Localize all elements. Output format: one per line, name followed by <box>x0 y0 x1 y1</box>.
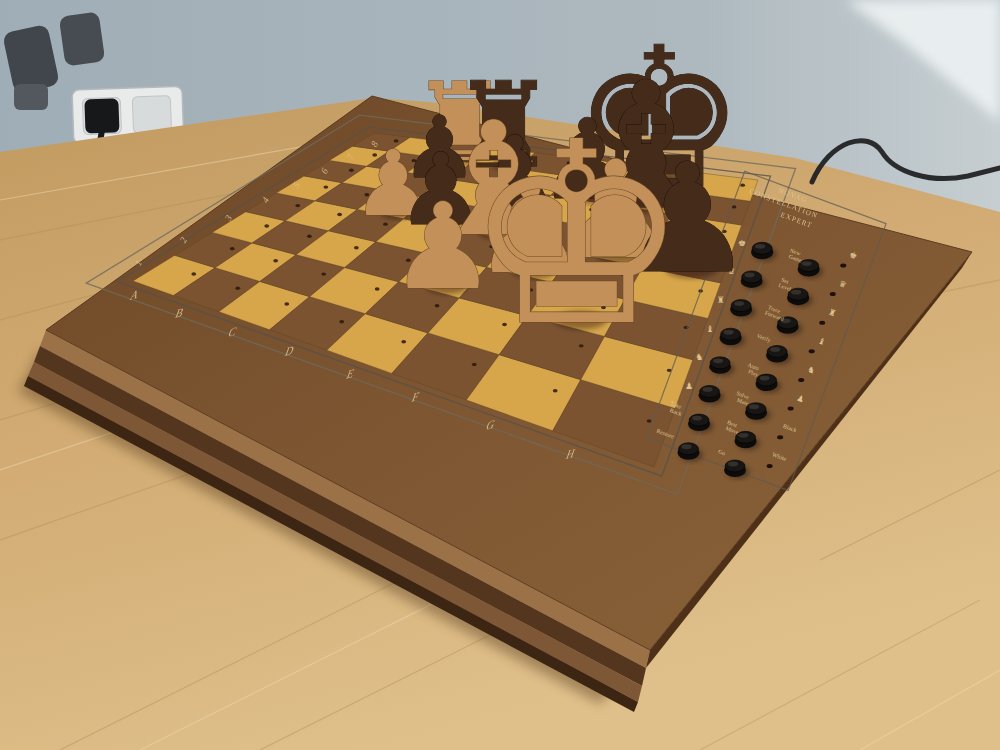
go-button-highlight <box>728 462 738 467</box>
led-hole-d2 <box>375 287 380 290</box>
led-hole-b3 <box>307 235 312 238</box>
led-hole-a5 <box>323 185 328 188</box>
knight-button-symbol-label: ♞ <box>696 352 704 362</box>
photo-of-chess-computer: ABCDEFGH12345678 NOVAGCONSTELLATIONEXPER… <box>0 0 1000 750</box>
knight-button-highlight <box>713 358 723 363</box>
led-hole-e1 <box>401 340 406 343</box>
led-indicator-hole-1 <box>830 292 836 296</box>
led-hole-a2 <box>230 247 235 250</box>
led-hole-c3 <box>354 246 359 249</box>
auto-play-button-highlight <box>760 376 770 381</box>
solve-mate-button-highlight <box>749 404 759 409</box>
led-hole-b1 <box>235 286 240 289</box>
led-hole-a1 <box>191 272 196 275</box>
pawn-button-highlight <box>703 387 713 392</box>
verify-button-highlight <box>770 347 780 352</box>
led-hole-h1 <box>647 419 652 422</box>
set-level-button-highlight <box>791 290 801 295</box>
led-hole-c1 <box>284 302 289 305</box>
pawn-button-symbol-label: ♟ <box>685 381 693 391</box>
bishop-button-highlight <box>724 330 734 335</box>
led-indicator-hole-4 <box>798 378 804 382</box>
led-indicator-hole-2 <box>819 321 825 325</box>
led-hole-d1 <box>339 320 344 323</box>
king-button-highlight <box>755 244 765 249</box>
led-indicator-hole-0 <box>840 263 846 267</box>
led-hole-b4 <box>337 213 342 216</box>
led-hole-c2 <box>321 272 326 275</box>
new-game-button-highlight <box>802 261 812 266</box>
led-indicator-hole-5 <box>788 407 794 411</box>
led-hole-b2 <box>273 259 278 262</box>
best-move-button-highlight <box>739 433 749 438</box>
led-indicator-hole-6 <box>777 435 783 439</box>
led-hole-a3 <box>264 224 269 227</box>
restore-button-highlight <box>682 444 692 449</box>
led-indicator-hole-3 <box>809 349 815 353</box>
bishop-button-symbol-label: ♝ <box>706 324 714 334</box>
led-indicator-hole-7 <box>767 464 773 468</box>
led-hole-g1 <box>553 389 558 392</box>
white-king-g3[interactable]: ♚ <box>463 88 689 381</box>
led-hole-a4 <box>295 204 300 207</box>
take-back-button-highlight <box>692 416 702 421</box>
plug-icon <box>84 98 119 133</box>
